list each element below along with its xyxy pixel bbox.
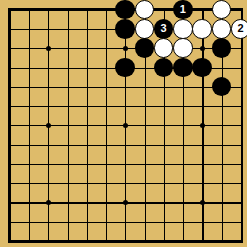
intersection[interactable] (19, 96, 38, 115)
intersection[interactable] (212, 0, 231, 19)
intersection[interactable] (96, 135, 115, 154)
intersection[interactable] (231, 231, 247, 247)
intersection[interactable] (77, 115, 96, 134)
intersection[interactable] (192, 96, 211, 115)
intersection[interactable] (38, 0, 57, 19)
intersection[interactable] (77, 19, 96, 38)
intersection[interactable] (192, 77, 211, 96)
intersection[interactable] (173, 231, 192, 247)
intersection[interactable] (173, 192, 192, 211)
intersection[interactable] (19, 58, 38, 77)
intersection[interactable] (96, 212, 115, 231)
intersection[interactable] (154, 38, 173, 57)
intersection[interactable] (96, 58, 115, 77)
stone-white (192, 19, 212, 39)
intersection[interactable] (154, 115, 173, 134)
intersection[interactable] (231, 115, 247, 134)
intersection[interactable] (135, 231, 154, 247)
intersection[interactable] (212, 173, 231, 192)
intersection[interactable] (231, 154, 247, 173)
intersection[interactable] (231, 77, 247, 96)
intersection[interactable] (135, 96, 154, 115)
intersection[interactable] (38, 77, 57, 96)
intersection[interactable] (192, 19, 211, 38)
intersection[interactable] (58, 96, 77, 115)
intersection[interactable] (135, 192, 154, 211)
intersection[interactable] (231, 96, 247, 115)
intersection[interactable] (115, 192, 134, 211)
stone-black (154, 58, 174, 78)
intersection[interactable] (192, 135, 211, 154)
stone-white (173, 19, 193, 39)
intersection[interactable] (96, 0, 115, 19)
go-diagram: { "game": "go", "board": { "size": 13, "… (0, 0, 247, 247)
move-number-label: 2 (237, 23, 243, 34)
intersection[interactable] (135, 77, 154, 96)
intersection[interactable] (115, 173, 134, 192)
intersection[interactable] (19, 192, 38, 211)
intersection[interactable] (58, 77, 77, 96)
stone-black (173, 58, 193, 78)
intersection[interactable] (173, 115, 192, 134)
intersection[interactable] (96, 96, 115, 115)
intersection[interactable] (231, 135, 247, 154)
intersection[interactable] (173, 212, 192, 231)
intersection[interactable] (154, 173, 173, 192)
intersection[interactable] (96, 231, 115, 247)
intersection[interactable] (115, 96, 134, 115)
intersection[interactable] (77, 38, 96, 57)
intersection[interactable] (192, 0, 211, 19)
intersection[interactable] (38, 19, 57, 38)
intersection[interactable] (19, 115, 38, 134)
intersection[interactable] (38, 173, 57, 192)
go-board[interactable]: 132 (0, 0, 247, 247)
intersection-grid: 132 (0, 0, 247, 247)
intersection[interactable] (58, 38, 77, 57)
intersection[interactable] (231, 173, 247, 192)
intersection[interactable] (212, 38, 231, 57)
intersection[interactable] (0, 115, 19, 134)
intersection[interactable] (0, 77, 19, 96)
intersection[interactable] (19, 19, 38, 38)
intersection[interactable] (212, 115, 231, 134)
intersection[interactable] (154, 0, 173, 19)
stone-white (212, 19, 232, 39)
intersection[interactable] (154, 212, 173, 231)
intersection[interactable] (115, 19, 134, 38)
star-point (123, 46, 128, 51)
stone-black (192, 58, 212, 78)
stone-white (212, 0, 232, 19)
stone-white: 2 (231, 19, 247, 39)
intersection[interactable] (212, 19, 231, 38)
intersection[interactable] (173, 38, 192, 57)
intersection[interactable] (115, 58, 134, 77)
intersection[interactable] (173, 173, 192, 192)
intersection[interactable] (154, 231, 173, 247)
intersection[interactable] (77, 77, 96, 96)
intersection[interactable] (58, 231, 77, 247)
stone-black (115, 58, 135, 78)
intersection[interactable] (58, 154, 77, 173)
intersection[interactable] (115, 115, 134, 134)
intersection[interactable] (19, 77, 38, 96)
intersection[interactable] (19, 212, 38, 231)
intersection[interactable] (77, 212, 96, 231)
intersection[interactable] (58, 135, 77, 154)
intersection[interactable] (58, 212, 77, 231)
star-point (46, 46, 51, 51)
intersection[interactable] (231, 38, 247, 57)
intersection[interactable] (96, 192, 115, 211)
intersection[interactable] (192, 154, 211, 173)
intersection[interactable] (173, 96, 192, 115)
intersection[interactable] (19, 0, 38, 19)
intersection[interactable] (96, 19, 115, 38)
stone-black (115, 19, 135, 39)
star-point (200, 46, 205, 51)
intersection[interactable] (135, 212, 154, 231)
intersection[interactable] (135, 135, 154, 154)
intersection[interactable] (58, 19, 77, 38)
intersection[interactable] (0, 58, 19, 77)
intersection[interactable] (38, 212, 57, 231)
intersection[interactable] (19, 173, 38, 192)
intersection[interactable] (0, 154, 19, 173)
intersection[interactable] (38, 154, 57, 173)
intersection[interactable] (38, 192, 57, 211)
intersection[interactable] (135, 115, 154, 134)
intersection[interactable] (77, 0, 96, 19)
intersection[interactable] (135, 19, 154, 38)
intersection[interactable] (0, 96, 19, 115)
intersection[interactable] (77, 96, 96, 115)
stone-black: 3 (154, 19, 174, 39)
intersection[interactable] (231, 212, 247, 231)
star-point (123, 123, 128, 128)
intersection[interactable] (19, 135, 38, 154)
stone-black (115, 0, 135, 19)
intersection[interactable] (135, 173, 154, 192)
intersection[interactable] (173, 58, 192, 77)
intersection[interactable] (96, 173, 115, 192)
intersection[interactable] (0, 38, 19, 57)
intersection[interactable] (0, 135, 19, 154)
intersection[interactable] (212, 231, 231, 247)
intersection[interactable] (212, 135, 231, 154)
intersection[interactable] (192, 58, 211, 77)
intersection[interactable] (77, 173, 96, 192)
intersection[interactable] (0, 212, 19, 231)
intersection[interactable] (58, 173, 77, 192)
intersection[interactable] (115, 135, 134, 154)
intersection[interactable] (212, 58, 231, 77)
intersection[interactable] (154, 154, 173, 173)
intersection[interactable] (0, 231, 19, 247)
intersection[interactable] (77, 135, 96, 154)
intersection[interactable] (96, 38, 115, 57)
intersection[interactable] (135, 38, 154, 57)
intersection[interactable] (19, 38, 38, 57)
intersection[interactable] (115, 212, 134, 231)
intersection[interactable] (38, 96, 57, 115)
intersection[interactable] (192, 173, 211, 192)
intersection[interactable] (135, 0, 154, 19)
intersection[interactable] (38, 231, 57, 247)
stone-black (212, 38, 232, 58)
intersection[interactable] (192, 115, 211, 134)
intersection[interactable] (173, 77, 192, 96)
intersection[interactable] (58, 58, 77, 77)
stone-black: 1 (173, 0, 193, 19)
intersection[interactable] (192, 38, 211, 57)
intersection[interactable] (0, 173, 19, 192)
intersection[interactable] (212, 154, 231, 173)
star-point (200, 200, 205, 205)
intersection[interactable] (115, 231, 134, 247)
star-point (46, 123, 51, 128)
intersection[interactable]: 2 (231, 19, 247, 38)
intersection[interactable] (173, 19, 192, 38)
intersection[interactable] (135, 154, 154, 173)
intersection[interactable] (0, 192, 19, 211)
intersection[interactable] (38, 58, 57, 77)
intersection[interactable] (154, 135, 173, 154)
intersection[interactable] (173, 154, 192, 173)
intersection[interactable] (192, 231, 211, 247)
intersection[interactable] (231, 58, 247, 77)
intersection[interactable] (0, 0, 19, 19)
intersection[interactable] (192, 192, 211, 211)
intersection[interactable] (58, 115, 77, 134)
intersection[interactable] (231, 0, 247, 19)
intersection[interactable] (19, 231, 38, 247)
star-point (46, 200, 51, 205)
intersection[interactable] (212, 212, 231, 231)
intersection[interactable] (212, 77, 231, 96)
intersection[interactable] (96, 154, 115, 173)
intersection[interactable] (154, 192, 173, 211)
stone-black (135, 38, 155, 58)
intersection[interactable] (77, 231, 96, 247)
intersection[interactable]: 1 (173, 0, 192, 19)
intersection[interactable] (77, 192, 96, 211)
intersection[interactable] (0, 19, 19, 38)
intersection[interactable] (58, 0, 77, 19)
intersection[interactable] (115, 154, 134, 173)
move-number-label: 1 (180, 4, 186, 15)
intersection[interactable] (96, 77, 115, 96)
intersection[interactable] (96, 115, 115, 134)
intersection[interactable] (192, 212, 211, 231)
intersection[interactable] (212, 96, 231, 115)
intersection[interactable] (58, 192, 77, 211)
stone-white (135, 0, 155, 19)
stone-black (212, 77, 232, 97)
intersection[interactable] (38, 115, 57, 134)
star-point (200, 123, 205, 128)
intersection[interactable] (77, 58, 96, 77)
intersection[interactable] (231, 192, 247, 211)
stone-white (154, 38, 174, 58)
intersection[interactable] (77, 154, 96, 173)
intersection[interactable] (154, 77, 173, 96)
intersection[interactable] (115, 0, 134, 19)
intersection[interactable] (173, 135, 192, 154)
intersection[interactable] (19, 154, 38, 173)
intersection[interactable] (115, 38, 134, 57)
intersection[interactable] (154, 96, 173, 115)
intersection[interactable] (212, 192, 231, 211)
intersection[interactable] (115, 77, 134, 96)
stone-white (135, 19, 155, 39)
intersection[interactable] (38, 135, 57, 154)
intersection[interactable] (135, 58, 154, 77)
intersection[interactable] (154, 58, 173, 77)
move-number-label: 3 (160, 23, 166, 34)
star-point (123, 200, 128, 205)
intersection[interactable] (38, 38, 57, 57)
stone-white (173, 38, 193, 58)
intersection[interactable]: 3 (154, 19, 173, 38)
